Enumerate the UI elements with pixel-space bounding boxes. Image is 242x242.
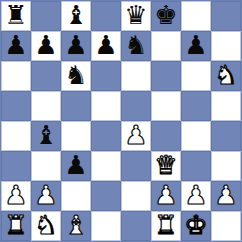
piece-white-queen[interactable]: ♛ xyxy=(154,152,177,178)
square-h6[interactable]: ♞ xyxy=(211,61,241,91)
square-d7[interactable]: ♟ xyxy=(91,31,121,61)
square-d3[interactable] xyxy=(91,151,121,181)
square-b6[interactable] xyxy=(31,61,61,91)
piece-white-pawn[interactable]: ♟ xyxy=(154,182,177,208)
square-d1[interactable] xyxy=(91,211,121,241)
piece-black-pawn[interactable]: ♟ xyxy=(64,32,87,58)
square-b7[interactable]: ♟ xyxy=(31,31,61,61)
square-a2[interactable]: ♟ xyxy=(1,181,31,211)
square-g3[interactable] xyxy=(181,151,211,181)
square-a8[interactable]: ♜ xyxy=(1,1,31,31)
piece-black-pawn[interactable]: ♟ xyxy=(34,32,57,58)
piece-black-bishop[interactable]: ♝ xyxy=(64,2,87,28)
piece-black-knight[interactable]: ♞ xyxy=(124,32,147,58)
square-g7[interactable]: ♟ xyxy=(181,31,211,61)
square-h3[interactable] xyxy=(211,151,241,181)
piece-black-queen[interactable]: ♛ xyxy=(124,2,147,28)
square-f5[interactable] xyxy=(151,91,181,121)
square-f1[interactable]: ♜ xyxy=(151,211,181,241)
square-b1[interactable]: ♞ xyxy=(31,211,61,241)
piece-black-pawn[interactable]: ♟ xyxy=(184,32,207,58)
square-f3[interactable]: ♛ xyxy=(151,151,181,181)
square-h8[interactable] xyxy=(211,1,241,31)
piece-white-rook[interactable]: ♜ xyxy=(154,212,177,238)
square-a6[interactable] xyxy=(1,61,31,91)
square-e7[interactable]: ♞ xyxy=(121,31,151,61)
piece-white-pawn[interactable]: ♟ xyxy=(214,182,237,208)
square-e8[interactable]: ♛ xyxy=(121,1,151,31)
square-c5[interactable] xyxy=(61,91,91,121)
square-f6[interactable] xyxy=(151,61,181,91)
piece-black-bishop[interactable]: ♝ xyxy=(34,122,57,148)
square-c8[interactable]: ♝ xyxy=(61,1,91,31)
square-g5[interactable] xyxy=(181,91,211,121)
square-c4[interactable] xyxy=(61,121,91,151)
square-f4[interactable] xyxy=(151,121,181,151)
piece-black-king[interactable]: ♚ xyxy=(154,2,177,28)
square-e2[interactable] xyxy=(121,181,151,211)
square-d8[interactable] xyxy=(91,1,121,31)
square-h1[interactable] xyxy=(211,211,241,241)
square-d4[interactable] xyxy=(91,121,121,151)
piece-black-rook[interactable]: ♜ xyxy=(4,2,27,28)
square-c1[interactable]: ♝ xyxy=(61,211,91,241)
square-a5[interactable] xyxy=(1,91,31,121)
square-a3[interactable] xyxy=(1,151,31,181)
piece-white-knight[interactable]: ♞ xyxy=(214,62,237,88)
square-e4[interactable]: ♟ xyxy=(121,121,151,151)
piece-white-pawn[interactable]: ♟ xyxy=(124,122,147,148)
square-e5[interactable] xyxy=(121,91,151,121)
piece-white-rook[interactable]: ♜ xyxy=(4,212,27,238)
square-c2[interactable] xyxy=(61,181,91,211)
square-g8[interactable] xyxy=(181,1,211,31)
square-a4[interactable] xyxy=(1,121,31,151)
square-f2[interactable]: ♟ xyxy=(151,181,181,211)
square-a7[interactable]: ♟ xyxy=(1,31,31,61)
piece-white-king[interactable]: ♚ xyxy=(184,212,207,238)
chess-board: ♜♝♛♚♟♟♟♟♞♟♞♞♝♟♟♛♟♟♟♟♟♜♞♝♜♚ xyxy=(0,0,242,242)
piece-black-pawn[interactable]: ♟ xyxy=(64,152,87,178)
square-f7[interactable] xyxy=(151,31,181,61)
square-e3[interactable] xyxy=(121,151,151,181)
square-b5[interactable] xyxy=(31,91,61,121)
piece-white-pawn[interactable]: ♟ xyxy=(184,182,207,208)
square-h2[interactable]: ♟ xyxy=(211,181,241,211)
square-h4[interactable] xyxy=(211,121,241,151)
square-g1[interactable]: ♚ xyxy=(181,211,211,241)
square-e6[interactable] xyxy=(121,61,151,91)
piece-white-knight[interactable]: ♞ xyxy=(34,212,57,238)
square-c7[interactable]: ♟ xyxy=(61,31,91,61)
square-h7[interactable] xyxy=(211,31,241,61)
square-b3[interactable] xyxy=(31,151,61,181)
square-g2[interactable]: ♟ xyxy=(181,181,211,211)
square-h5[interactable] xyxy=(211,91,241,121)
square-b2[interactable]: ♟ xyxy=(31,181,61,211)
square-a1[interactable]: ♜ xyxy=(1,211,31,241)
square-d5[interactable] xyxy=(91,91,121,121)
square-b4[interactable]: ♝ xyxy=(31,121,61,151)
square-f8[interactable]: ♚ xyxy=(151,1,181,31)
square-g6[interactable] xyxy=(181,61,211,91)
piece-black-pawn[interactable]: ♟ xyxy=(4,32,27,58)
square-d2[interactable] xyxy=(91,181,121,211)
square-b8[interactable] xyxy=(31,1,61,31)
piece-white-pawn[interactable]: ♟ xyxy=(34,182,57,208)
piece-white-bishop[interactable]: ♝ xyxy=(64,212,87,238)
square-g4[interactable] xyxy=(181,121,211,151)
piece-black-pawn[interactable]: ♟ xyxy=(94,32,117,58)
square-c3[interactable]: ♟ xyxy=(61,151,91,181)
square-e1[interactable] xyxy=(121,211,151,241)
piece-white-pawn[interactable]: ♟ xyxy=(4,182,27,208)
square-c6[interactable]: ♞ xyxy=(61,61,91,91)
square-d6[interactable] xyxy=(91,61,121,91)
piece-black-knight[interactable]: ♞ xyxy=(64,62,87,88)
